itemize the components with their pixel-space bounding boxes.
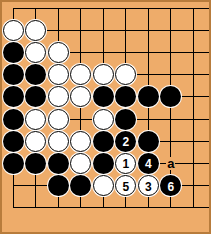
black-stone — [25, 86, 46, 107]
white-stone: 5 — [115, 175, 136, 196]
white-stone — [115, 64, 136, 85]
intersection — [70, 0, 93, 19]
line-extension — [205, 64, 212, 86]
intersection — [160, 64, 183, 86]
line-extension — [205, 108, 212, 130]
intersection — [115, 64, 138, 86]
move-number: 2 — [122, 136, 129, 148]
line-extension — [205, 130, 212, 152]
move-number: 5 — [122, 180, 129, 192]
intersection — [2, 41, 25, 63]
white-stone — [70, 64, 91, 85]
board-grid: 214a536 — [2, 0, 211, 219]
black-stone — [3, 42, 24, 63]
intersection — [47, 86, 70, 108]
intersection — [92, 108, 115, 130]
intersection — [160, 86, 183, 108]
intersection — [182, 0, 205, 19]
white-stone — [48, 42, 69, 63]
intersection — [137, 197, 160, 219]
intersection — [70, 175, 93, 197]
white-stone — [70, 131, 91, 152]
black-stone — [3, 86, 24, 107]
black-stone — [138, 131, 159, 152]
black-stone — [3, 153, 24, 174]
white-stone — [70, 153, 91, 174]
black-stone: 6 — [160, 175, 181, 196]
intersection — [2, 108, 25, 130]
intersection — [182, 86, 205, 108]
intersection — [25, 64, 48, 86]
black-stone — [48, 175, 69, 196]
move-number: 6 — [167, 180, 174, 192]
intersection — [47, 0, 70, 19]
intersection — [70, 152, 93, 174]
intersection: a — [160, 152, 183, 174]
intersection: 3 — [137, 175, 160, 197]
white-stone: 1 — [115, 153, 136, 174]
intersection — [115, 86, 138, 108]
intersection — [115, 197, 138, 219]
intersection — [115, 19, 138, 41]
intersection: 2 — [115, 130, 138, 152]
intersection — [160, 130, 183, 152]
intersection — [47, 152, 70, 174]
intersection — [137, 108, 160, 130]
intersection — [25, 19, 48, 41]
black-stone — [3, 64, 24, 85]
intersection — [25, 41, 48, 63]
intersection — [25, 108, 48, 130]
intersection — [47, 108, 70, 130]
intersection — [160, 0, 183, 19]
line-extension — [205, 175, 212, 197]
intersection — [182, 152, 205, 174]
intersection — [2, 152, 25, 174]
intersection — [2, 130, 25, 152]
intersection — [137, 64, 160, 86]
black-stone — [70, 175, 91, 196]
intersection — [137, 130, 160, 152]
intersection — [92, 86, 115, 108]
intersection — [47, 64, 70, 86]
intersection — [115, 108, 138, 130]
point-label: a — [166, 157, 175, 170]
black-stone: 2 — [115, 131, 136, 152]
white-stone — [25, 20, 46, 41]
white-stone — [93, 64, 114, 85]
intersection — [115, 41, 138, 63]
intersection — [2, 175, 25, 197]
white-stone: 3 — [138, 175, 159, 196]
intersection — [47, 197, 70, 219]
intersection — [92, 64, 115, 86]
black-stone — [93, 131, 114, 152]
intersection — [70, 64, 93, 86]
intersection — [160, 41, 183, 63]
white-stone — [25, 109, 46, 130]
intersection — [70, 108, 93, 130]
intersection — [2, 0, 25, 19]
intersection — [2, 19, 25, 41]
black-stone — [25, 153, 46, 174]
black-stone — [3, 131, 24, 152]
move-number: 4 — [145, 158, 152, 170]
black-stone — [115, 86, 136, 107]
intersection: 1 — [115, 152, 138, 174]
intersection — [182, 64, 205, 86]
intersection — [92, 152, 115, 174]
intersection — [70, 41, 93, 63]
intersection — [182, 130, 205, 152]
line-extension — [205, 86, 212, 108]
intersection — [182, 19, 205, 41]
black-stone — [93, 86, 114, 107]
white-stone — [93, 109, 114, 130]
intersection — [92, 175, 115, 197]
black-stone — [160, 86, 181, 107]
intersection — [25, 130, 48, 152]
intersection — [25, 152, 48, 174]
move-number: 1 — [122, 158, 129, 170]
intersection — [137, 41, 160, 63]
intersection — [137, 86, 160, 108]
intersection — [182, 197, 205, 219]
intersection — [92, 19, 115, 41]
intersection — [92, 197, 115, 219]
intersection — [25, 175, 48, 197]
intersection — [70, 130, 93, 152]
intersection — [47, 175, 70, 197]
intersection — [160, 108, 183, 130]
intersection — [47, 19, 70, 41]
white-stone — [48, 109, 69, 130]
go-board: 214a536 — [0, 0, 211, 234]
intersection — [92, 0, 115, 19]
black-stone — [93, 153, 114, 174]
white-stone — [25, 42, 46, 63]
intersection — [182, 41, 205, 63]
intersection — [2, 64, 25, 86]
intersection — [182, 175, 205, 197]
line-extension — [205, 0, 212, 19]
white-stone — [25, 131, 46, 152]
intersection — [137, 0, 160, 19]
white-stone — [48, 64, 69, 85]
intersection — [115, 0, 138, 19]
intersection — [70, 19, 93, 41]
line-extension — [205, 197, 212, 219]
line-extension — [205, 152, 212, 174]
intersection: 6 — [160, 175, 183, 197]
white-stone — [93, 175, 114, 196]
black-stone — [25, 64, 46, 85]
black-stone: 4 — [138, 153, 159, 174]
intersection — [2, 197, 25, 219]
intersection — [137, 19, 160, 41]
white-stone — [48, 131, 69, 152]
black-stone — [115, 109, 136, 130]
intersection — [70, 86, 93, 108]
intersection — [25, 0, 48, 19]
white-stone — [70, 86, 91, 107]
intersection — [25, 86, 48, 108]
intersection — [47, 130, 70, 152]
intersection — [25, 197, 48, 219]
intersection — [182, 108, 205, 130]
black-stone — [138, 86, 159, 107]
intersection — [92, 130, 115, 152]
white-stone — [48, 86, 69, 107]
intersection — [47, 41, 70, 63]
move-number: 3 — [145, 180, 152, 192]
intersection: 5 — [115, 175, 138, 197]
black-stone — [3, 109, 24, 130]
intersection: 4 — [137, 152, 160, 174]
intersection — [92, 41, 115, 63]
intersection — [2, 86, 25, 108]
line-extension — [205, 41, 212, 63]
intersection — [160, 19, 183, 41]
intersection — [70, 197, 93, 219]
line-extension — [205, 19, 212, 41]
black-stone — [48, 153, 69, 174]
white-stone — [3, 20, 24, 41]
intersection — [160, 197, 183, 219]
